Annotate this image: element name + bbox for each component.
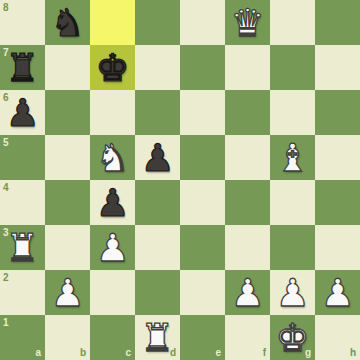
square-d4[interactable] [135, 180, 180, 225]
square-c6[interactable] [90, 90, 135, 135]
file-label-a: a [35, 348, 41, 358]
square-d2[interactable] [135, 270, 180, 315]
square-e3[interactable] [180, 225, 225, 270]
square-g5[interactable]: ♝ [270, 135, 315, 180]
rank-label-1: 1 [3, 318, 9, 328]
piece-white-pawn-b2[interactable]: ♟ [50, 274, 84, 312]
square-b7[interactable] [45, 45, 90, 90]
piece-white-king-g1[interactable]: ♚ [275, 319, 309, 357]
square-h7[interactable] [315, 45, 360, 90]
square-e6[interactable] [180, 90, 225, 135]
square-a3[interactable]: 3♜ [0, 225, 45, 270]
square-e7[interactable] [180, 45, 225, 90]
square-g1[interactable]: g♚ [270, 315, 315, 360]
square-a8[interactable]: 8 [0, 0, 45, 45]
square-e1[interactable]: e [180, 315, 225, 360]
piece-white-pawn-c3[interactable]: ♟ [95, 229, 129, 267]
square-a2[interactable]: 2 [0, 270, 45, 315]
chess-board: 8♞♛7♜♚6♟5♞♟♝4♟3♜♟2♟♟♟♟1abcd♜efg♚h [0, 0, 360, 360]
piece-black-pawn-c4[interactable]: ♟ [95, 184, 129, 222]
square-f1[interactable]: f [225, 315, 270, 360]
square-f3[interactable] [225, 225, 270, 270]
piece-white-pawn-h2[interactable]: ♟ [320, 274, 354, 312]
square-c7[interactable]: ♚ [90, 45, 135, 90]
square-c8[interactable] [90, 0, 135, 45]
square-h8[interactable] [315, 0, 360, 45]
square-f4[interactable] [225, 180, 270, 225]
square-h2[interactable]: ♟ [315, 270, 360, 315]
square-b3[interactable] [45, 225, 90, 270]
square-a7[interactable]: 7♜ [0, 45, 45, 90]
square-b5[interactable] [45, 135, 90, 180]
square-a6[interactable]: 6♟ [0, 90, 45, 135]
piece-white-pawn-g2[interactable]: ♟ [275, 274, 309, 312]
square-d3[interactable] [135, 225, 180, 270]
square-c2[interactable] [90, 270, 135, 315]
piece-white-rook-d1[interactable]: ♜ [140, 319, 174, 357]
piece-white-pawn-f2[interactable]: ♟ [230, 274, 264, 312]
square-a1[interactable]: 1a [0, 315, 45, 360]
piece-black-king-c7[interactable]: ♚ [95, 49, 129, 87]
square-d6[interactable] [135, 90, 180, 135]
file-label-f: f [263, 348, 266, 358]
square-c1[interactable]: c [90, 315, 135, 360]
square-a5[interactable]: 5 [0, 135, 45, 180]
square-e5[interactable] [180, 135, 225, 180]
square-b4[interactable] [45, 180, 90, 225]
square-b6[interactable] [45, 90, 90, 135]
rank-label-8: 8 [3, 3, 9, 13]
square-g3[interactable] [270, 225, 315, 270]
piece-white-knight-c5[interactable]: ♞ [95, 139, 129, 177]
piece-black-pawn-d5[interactable]: ♟ [140, 139, 174, 177]
rank-label-5: 5 [3, 138, 9, 148]
square-b8[interactable]: ♞ [45, 0, 90, 45]
square-f2[interactable]: ♟ [225, 270, 270, 315]
square-e2[interactable] [180, 270, 225, 315]
square-c5[interactable]: ♞ [90, 135, 135, 180]
square-h5[interactable] [315, 135, 360, 180]
square-h6[interactable] [315, 90, 360, 135]
square-f8[interactable]: ♛ [225, 0, 270, 45]
square-f6[interactable] [225, 90, 270, 135]
square-g7[interactable] [270, 45, 315, 90]
square-b1[interactable]: b [45, 315, 90, 360]
square-e8[interactable] [180, 0, 225, 45]
square-d8[interactable] [135, 0, 180, 45]
square-g4[interactable] [270, 180, 315, 225]
square-d5[interactable]: ♟ [135, 135, 180, 180]
rank-label-2: 2 [3, 273, 9, 283]
square-b2[interactable]: ♟ [45, 270, 90, 315]
square-g2[interactable]: ♟ [270, 270, 315, 315]
file-label-c: c [125, 348, 131, 358]
square-d7[interactable] [135, 45, 180, 90]
file-label-e: e [215, 348, 221, 358]
square-a4[interactable]: 4 [0, 180, 45, 225]
square-c4[interactable]: ♟ [90, 180, 135, 225]
square-g6[interactable] [270, 90, 315, 135]
square-h3[interactable] [315, 225, 360, 270]
square-e4[interactable] [180, 180, 225, 225]
file-label-h: h [350, 348, 356, 358]
piece-white-rook-a3[interactable]: ♜ [5, 229, 39, 267]
square-f5[interactable] [225, 135, 270, 180]
rank-label-4: 4 [3, 183, 9, 193]
piece-black-rook-a7[interactable]: ♜ [5, 49, 39, 87]
square-f7[interactable] [225, 45, 270, 90]
square-h1[interactable]: h [315, 315, 360, 360]
piece-white-bishop-g5[interactable]: ♝ [275, 139, 309, 177]
square-d1[interactable]: d♜ [135, 315, 180, 360]
piece-white-queen-f8[interactable]: ♛ [230, 4, 264, 42]
piece-black-knight-b8[interactable]: ♞ [50, 4, 84, 42]
piece-black-pawn-a6[interactable]: ♟ [5, 94, 39, 132]
file-label-b: b [80, 348, 86, 358]
square-h4[interactable] [315, 180, 360, 225]
square-c3[interactable]: ♟ [90, 225, 135, 270]
square-g8[interactable] [270, 0, 315, 45]
